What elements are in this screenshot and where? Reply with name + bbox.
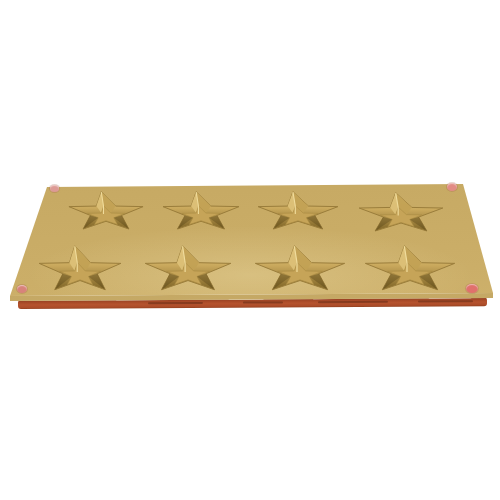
star-cavity	[256, 191, 340, 231]
star-cavity	[67, 191, 145, 231]
corner-rivet-dot	[447, 183, 457, 191]
star-cavity	[143, 245, 233, 292]
embossed-marking	[243, 301, 283, 303]
corner-rivet-dot	[50, 185, 59, 192]
embossed-marking	[318, 301, 388, 303]
embossed-marking	[148, 302, 203, 304]
star-cavity	[363, 245, 457, 292]
product-photo-star-mold	[0, 0, 500, 500]
embossed-marking	[418, 300, 473, 302]
corner-rivet-dot	[17, 285, 27, 293]
star-cavity	[37, 245, 123, 292]
corner-rivet-dot	[466, 284, 478, 293]
star-cavity	[357, 192, 445, 233]
star-cavity	[161, 191, 241, 231]
star-cavity	[253, 245, 347, 292]
